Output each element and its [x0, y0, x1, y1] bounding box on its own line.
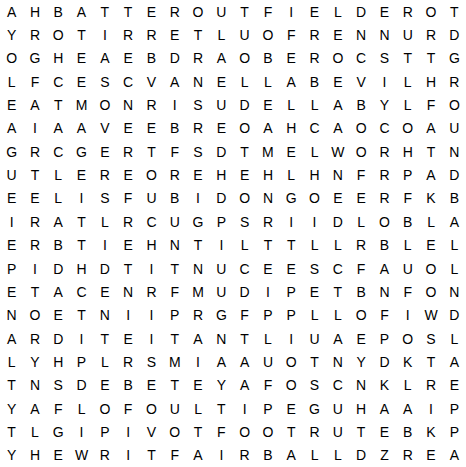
grid-cell-r20c20[interactable]: A	[443, 444, 466, 467]
grid-cell-r17c1[interactable]: T	[0, 374, 23, 397]
grid-cell-r15c5[interactable]: T	[93, 327, 116, 350]
grid-cell-r2c16[interactable]: N	[349, 23, 372, 46]
grid-cell-r20c8[interactable]: F	[163, 444, 186, 467]
grid-cell-r16c4[interactable]: P	[70, 350, 93, 373]
grid-cell-r16c20[interactable]: A	[443, 350, 466, 373]
grid-cell-r12c4[interactable]: H	[70, 257, 93, 280]
grid-cell-r13c15[interactable]: T	[326, 280, 349, 303]
grid-cell-r19c19[interactable]: K	[419, 420, 442, 443]
grid-cell-r4c16[interactable]: V	[349, 70, 372, 93]
grid-cell-r16c12[interactable]: U	[256, 350, 279, 373]
grid-cell-r9c2[interactable]: E	[23, 187, 46, 210]
grid-cell-r7c2[interactable]: R	[23, 140, 46, 163]
grid-cell-r15c17[interactable]: P	[373, 327, 396, 350]
grid-cell-r10c1[interactable]: I	[0, 210, 23, 233]
grid-cell-r9c3[interactable]: L	[47, 187, 70, 210]
grid-cell-r16c6[interactable]: R	[116, 350, 139, 373]
grid-cell-r1c19[interactable]: O	[419, 0, 442, 23]
grid-cell-r1c13[interactable]: I	[280, 0, 303, 23]
grid-cell-r15c11[interactable]: T	[233, 327, 256, 350]
grid-cell-r4c11[interactable]: L	[233, 70, 256, 93]
grid-cell-r9c7[interactable]: U	[140, 187, 163, 210]
grid-cell-r5c10[interactable]: U	[210, 93, 233, 116]
grid-cell-r8c3[interactable]: L	[47, 163, 70, 186]
grid-cell-r18c8[interactable]: U	[163, 397, 186, 420]
grid-cell-r14c11[interactable]: F	[233, 304, 256, 327]
grid-cell-r9c17[interactable]: R	[373, 187, 396, 210]
grid-cell-r16c17[interactable]: D	[373, 350, 396, 373]
grid-cell-r8c2[interactable]: T	[23, 163, 46, 186]
grid-cell-r16c1[interactable]: L	[0, 350, 23, 373]
grid-cell-r8c17[interactable]: R	[373, 163, 396, 186]
grid-cell-r9c15[interactable]: E	[326, 187, 349, 210]
grid-cell-r15c16[interactable]: E	[349, 327, 372, 350]
grid-cell-r13c14[interactable]: E	[303, 280, 326, 303]
grid-cell-r3c20[interactable]: G	[443, 47, 466, 70]
grid-cell-r7c12[interactable]: M	[256, 140, 279, 163]
grid-cell-r5c15[interactable]: A	[326, 93, 349, 116]
grid-cell-r4c5[interactable]: S	[93, 70, 116, 93]
grid-cell-r5c17[interactable]: Y	[373, 93, 396, 116]
grid-cell-r2c6[interactable]: R	[116, 23, 139, 46]
grid-cell-r15c4[interactable]: I	[70, 327, 93, 350]
grid-cell-r17c5[interactable]: E	[93, 374, 116, 397]
grid-cell-r3c11[interactable]: O	[233, 47, 256, 70]
grid-cell-r15c7[interactable]: I	[140, 327, 163, 350]
grid-cell-r12c10[interactable]: U	[210, 257, 233, 280]
grid-cell-r14c2[interactable]: O	[23, 304, 46, 327]
grid-cell-r6c16[interactable]: O	[349, 117, 372, 140]
grid-cell-r13c3[interactable]: A	[47, 280, 70, 303]
grid-cell-r15c18[interactable]: O	[396, 327, 419, 350]
grid-cell-r3c4[interactable]: E	[70, 47, 93, 70]
grid-cell-r4c8[interactable]: A	[163, 70, 186, 93]
grid-cell-r14c10[interactable]: G	[210, 304, 233, 327]
grid-cell-r14c19[interactable]: W	[419, 304, 442, 327]
grid-cell-r3c6[interactable]: E	[116, 47, 139, 70]
grid-cell-r7c7[interactable]: T	[140, 140, 163, 163]
grid-cell-r19c20[interactable]: P	[443, 420, 466, 443]
grid-cell-r5c13[interactable]: L	[280, 93, 303, 116]
grid-cell-r3c3[interactable]: H	[47, 47, 70, 70]
grid-cell-r6c12[interactable]: A	[256, 117, 279, 140]
grid-cell-r15c19[interactable]: S	[419, 327, 442, 350]
grid-cell-r1c8[interactable]: R	[163, 0, 186, 23]
grid-cell-r20c5[interactable]: R	[93, 444, 116, 467]
grid-cell-r20c11[interactable]: R	[233, 444, 256, 467]
grid-cell-r20c16[interactable]: D	[349, 444, 372, 467]
grid-cell-r3c19[interactable]: T	[419, 47, 442, 70]
grid-cell-r6c17[interactable]: C	[373, 117, 396, 140]
grid-cell-r12c15[interactable]: C	[326, 257, 349, 280]
grid-cell-r14c18[interactable]: I	[396, 304, 419, 327]
grid-cell-r16c15[interactable]: N	[326, 350, 349, 373]
grid-cell-r11c15[interactable]: L	[326, 234, 349, 257]
grid-cell-r8c4[interactable]: E	[70, 163, 93, 186]
grid-cell-r5c12[interactable]: E	[256, 93, 279, 116]
grid-cell-r13c19[interactable]: O	[419, 280, 442, 303]
grid-cell-r14c14[interactable]: L	[303, 304, 326, 327]
grid-cell-r2c17[interactable]: N	[373, 23, 396, 46]
grid-cell-r5c14[interactable]: L	[303, 93, 326, 116]
grid-cell-r19c11[interactable]: O	[233, 420, 256, 443]
grid-cell-r8c1[interactable]: U	[0, 163, 23, 186]
grid-cell-r9c1[interactable]: E	[0, 187, 23, 210]
grid-cell-r13c16[interactable]: B	[349, 280, 372, 303]
grid-cell-r11c3[interactable]: B	[47, 234, 70, 257]
grid-cell-r10c18[interactable]: B	[396, 210, 419, 233]
grid-cell-r8c19[interactable]: A	[419, 163, 442, 186]
grid-cell-r7c1[interactable]: G	[0, 140, 23, 163]
grid-cell-r17c2[interactable]: N	[23, 374, 46, 397]
grid-cell-r12c9[interactable]: N	[186, 257, 209, 280]
grid-cell-r10c12[interactable]: R	[256, 210, 279, 233]
grid-cell-r13c7[interactable]: R	[140, 280, 163, 303]
grid-cell-r2c5[interactable]: I	[93, 23, 116, 46]
grid-cell-r2c18[interactable]: U	[396, 23, 419, 46]
grid-cell-r1c11[interactable]: T	[233, 0, 256, 23]
grid-cell-r5c2[interactable]: A	[23, 93, 46, 116]
grid-cell-r6c20[interactable]: U	[443, 117, 466, 140]
grid-cell-r12c20[interactable]: L	[443, 257, 466, 280]
grid-cell-r16c3[interactable]: H	[47, 350, 70, 373]
grid-cell-r1c12[interactable]: F	[256, 0, 279, 23]
grid-cell-r4c1[interactable]: L	[0, 70, 23, 93]
grid-cell-r12c6[interactable]: T	[116, 257, 139, 280]
grid-cell-r19c12[interactable]: O	[256, 420, 279, 443]
grid-cell-r3c12[interactable]: B	[256, 47, 279, 70]
grid-cell-r2c8[interactable]: E	[163, 23, 186, 46]
grid-cell-r1c10[interactable]: U	[210, 0, 233, 23]
grid-cell-r17c11[interactable]: A	[233, 374, 256, 397]
grid-cell-r18c12[interactable]: P	[256, 397, 279, 420]
grid-cell-r3c1[interactable]: O	[0, 47, 23, 70]
grid-cell-r10c8[interactable]: U	[163, 210, 186, 233]
grid-cell-r6c1[interactable]: A	[0, 117, 23, 140]
grid-cell-r11c13[interactable]: T	[280, 234, 303, 257]
grid-cell-r19c18[interactable]: B	[396, 420, 419, 443]
grid-cell-r6c2[interactable]: I	[23, 117, 46, 140]
grid-cell-r9c20[interactable]: B	[443, 187, 466, 210]
grid-cell-r2c3[interactable]: O	[47, 23, 70, 46]
grid-cell-r16c18[interactable]: K	[396, 350, 419, 373]
grid-cell-r7c17[interactable]: R	[373, 140, 396, 163]
grid-cell-r17c16[interactable]: N	[349, 374, 372, 397]
grid-cell-r7c10[interactable]: D	[210, 140, 233, 163]
grid-cell-r7c13[interactable]: E	[280, 140, 303, 163]
grid-cell-r6c11[interactable]: O	[233, 117, 256, 140]
grid-cell-r9c18[interactable]: F	[396, 187, 419, 210]
grid-cell-r8c5[interactable]: R	[93, 163, 116, 186]
grid-cell-r11c14[interactable]: L	[303, 234, 326, 257]
grid-cell-r15c14[interactable]: U	[303, 327, 326, 350]
grid-cell-r16c7[interactable]: S	[140, 350, 163, 373]
grid-cell-r1c15[interactable]: L	[326, 0, 349, 23]
grid-cell-r11c12[interactable]: T	[256, 234, 279, 257]
grid-cell-r17c17[interactable]: K	[373, 374, 396, 397]
grid-cell-r7c4[interactable]: G	[70, 140, 93, 163]
grid-cell-r12c14[interactable]: S	[303, 257, 326, 280]
grid-cell-r12c3[interactable]: D	[47, 257, 70, 280]
grid-cell-r20c1[interactable]: Y	[0, 444, 23, 467]
grid-cell-r11c17[interactable]: B	[373, 234, 396, 257]
grid-cell-r11c1[interactable]: E	[0, 234, 23, 257]
grid-cell-r7c8[interactable]: F	[163, 140, 186, 163]
grid-cell-r4c7[interactable]: V	[140, 70, 163, 93]
grid-cell-r14c3[interactable]: E	[47, 304, 70, 327]
grid-cell-r6c4[interactable]: A	[70, 117, 93, 140]
grid-cell-r16c10[interactable]: A	[210, 350, 233, 373]
grid-cell-r8c15[interactable]: N	[326, 163, 349, 186]
grid-cell-r18c15[interactable]: U	[326, 397, 349, 420]
grid-cell-r20c14[interactable]: L	[303, 444, 326, 467]
grid-cell-r17c7[interactable]: E	[140, 374, 163, 397]
grid-cell-r13c8[interactable]: F	[163, 280, 186, 303]
grid-cell-r5c6[interactable]: N	[116, 93, 139, 116]
grid-cell-r15c13[interactable]: I	[280, 327, 303, 350]
grid-cell-r8c11[interactable]: E	[233, 163, 256, 186]
grid-cell-r8c7[interactable]: O	[140, 163, 163, 186]
grid-cell-r19c10[interactable]: F	[210, 420, 233, 443]
grid-cell-r9c8[interactable]: B	[163, 187, 186, 210]
grid-cell-r8c18[interactable]: P	[396, 163, 419, 186]
grid-cell-r4c13[interactable]: A	[280, 70, 303, 93]
grid-cell-r19c8[interactable]: O	[163, 420, 186, 443]
grid-cell-r8c9[interactable]: E	[186, 163, 209, 186]
grid-cell-r15c9[interactable]: A	[186, 327, 209, 350]
grid-cell-r5c16[interactable]: B	[349, 93, 372, 116]
grid-cell-r20c13[interactable]: A	[280, 444, 303, 467]
grid-cell-r7c19[interactable]: T	[419, 140, 442, 163]
grid-cell-r16c8[interactable]: M	[163, 350, 186, 373]
grid-cell-r7c20[interactable]: N	[443, 140, 466, 163]
grid-cell-r7c11[interactable]: T	[233, 140, 256, 163]
grid-cell-r6c10[interactable]: E	[210, 117, 233, 140]
grid-cell-r13c9[interactable]: M	[186, 280, 209, 303]
grid-cell-r13c6[interactable]: N	[116, 280, 139, 303]
grid-cell-r18c17[interactable]: A	[373, 397, 396, 420]
grid-cell-r12c7[interactable]: I	[140, 257, 163, 280]
grid-cell-r1c3[interactable]: B	[47, 0, 70, 23]
grid-cell-r11c10[interactable]: I	[210, 234, 233, 257]
grid-cell-r13c12[interactable]: I	[256, 280, 279, 303]
grid-cell-r20c19[interactable]: E	[419, 444, 442, 467]
grid-cell-r7c6[interactable]: R	[116, 140, 139, 163]
grid-cell-r20c9[interactable]: A	[186, 444, 209, 467]
grid-cell-r4c15[interactable]: E	[326, 70, 349, 93]
grid-cell-r1c4[interactable]: A	[70, 0, 93, 23]
grid-cell-r9c13[interactable]: G	[280, 187, 303, 210]
grid-cell-r6c19[interactable]: A	[419, 117, 442, 140]
grid-cell-r1c1[interactable]: A	[0, 0, 23, 23]
grid-cell-r12c12[interactable]: E	[256, 257, 279, 280]
grid-cell-r20c2[interactable]: H	[23, 444, 46, 467]
grid-cell-r19c5[interactable]: P	[93, 420, 116, 443]
grid-cell-r10c10[interactable]: P	[210, 210, 233, 233]
grid-cell-r17c15[interactable]: C	[326, 374, 349, 397]
grid-cell-r20c12[interactable]: B	[256, 444, 279, 467]
grid-cell-r20c3[interactable]: E	[47, 444, 70, 467]
grid-cell-r10c20[interactable]: A	[443, 210, 466, 233]
grid-cell-r10c6[interactable]: R	[116, 210, 139, 233]
grid-cell-r2c9[interactable]: T	[186, 23, 209, 46]
grid-cell-r20c18[interactable]: R	[396, 444, 419, 467]
grid-cell-r6c15[interactable]: A	[326, 117, 349, 140]
grid-cell-r5c9[interactable]: S	[186, 93, 209, 116]
grid-cell-r15c8[interactable]: T	[163, 327, 186, 350]
grid-cell-r3c16[interactable]: C	[349, 47, 372, 70]
grid-cell-r6c7[interactable]: E	[140, 117, 163, 140]
grid-cell-r11c11[interactable]: L	[233, 234, 256, 257]
grid-cell-r6c9[interactable]: R	[186, 117, 209, 140]
grid-cell-r2c12[interactable]: O	[256, 23, 279, 46]
grid-cell-r4c12[interactable]: L	[256, 70, 279, 93]
grid-cell-r6c6[interactable]: E	[116, 117, 139, 140]
grid-cell-r15c15[interactable]: A	[326, 327, 349, 350]
grid-cell-r5c3[interactable]: T	[47, 93, 70, 116]
grid-cell-r18c16[interactable]: H	[349, 397, 372, 420]
grid-cell-r2c13[interactable]: F	[280, 23, 303, 46]
grid-cell-r14c15[interactable]: L	[326, 304, 349, 327]
grid-cell-r6c3[interactable]: A	[47, 117, 70, 140]
grid-cell-r8c13[interactable]: L	[280, 163, 303, 186]
grid-cell-r19c13[interactable]: T	[280, 420, 303, 443]
grid-cell-r19c14[interactable]: R	[303, 420, 326, 443]
grid-cell-r14c20[interactable]: D	[443, 304, 466, 327]
grid-cell-r4c14[interactable]: B	[303, 70, 326, 93]
grid-cell-r2c19[interactable]: R	[419, 23, 442, 46]
grid-cell-r3c8[interactable]: D	[163, 47, 186, 70]
grid-cell-r5c7[interactable]: R	[140, 93, 163, 116]
grid-cell-r17c8[interactable]: T	[163, 374, 186, 397]
grid-cell-r9c11[interactable]: O	[233, 187, 256, 210]
grid-cell-r9c10[interactable]: D	[210, 187, 233, 210]
grid-cell-r17c6[interactable]: B	[116, 374, 139, 397]
grid-cell-r14c9[interactable]: R	[186, 304, 209, 327]
grid-cell-r4c6[interactable]: C	[116, 70, 139, 93]
grid-cell-r4c10[interactable]: E	[210, 70, 233, 93]
grid-cell-r19c7[interactable]: V	[140, 420, 163, 443]
grid-cell-r11c19[interactable]: E	[419, 234, 442, 257]
grid-cell-r1c7[interactable]: E	[140, 0, 163, 23]
grid-cell-r14c12[interactable]: P	[256, 304, 279, 327]
grid-cell-r9c6[interactable]: F	[116, 187, 139, 210]
grid-cell-r2c7[interactable]: R	[140, 23, 163, 46]
grid-cell-r2c11[interactable]: U	[233, 23, 256, 46]
grid-cell-r18c4[interactable]: L	[70, 397, 93, 420]
grid-cell-r12c5[interactable]: D	[93, 257, 116, 280]
grid-cell-r8c16[interactable]: F	[349, 163, 372, 186]
grid-cell-r18c2[interactable]: A	[23, 397, 46, 420]
grid-cell-r2c2[interactable]: R	[23, 23, 46, 46]
grid-cell-r19c3[interactable]: G	[47, 420, 70, 443]
grid-cell-r9c14[interactable]: O	[303, 187, 326, 210]
grid-cell-r19c9[interactable]: T	[186, 420, 209, 443]
grid-cell-r15c12[interactable]: L	[256, 327, 279, 350]
grid-cell-r18c7[interactable]: O	[140, 397, 163, 420]
grid-cell-r7c5[interactable]: E	[93, 140, 116, 163]
grid-cell-r3c2[interactable]: G	[23, 47, 46, 70]
grid-cell-r20c4[interactable]: W	[70, 444, 93, 467]
grid-cell-r9c16[interactable]: E	[349, 187, 372, 210]
grid-cell-r1c17[interactable]: E	[373, 0, 396, 23]
grid-cell-r4c2[interactable]: F	[23, 70, 46, 93]
grid-cell-r11c16[interactable]: R	[349, 234, 372, 257]
grid-cell-r13c10[interactable]: U	[210, 280, 233, 303]
grid-cell-r7c9[interactable]: S	[186, 140, 209, 163]
grid-cell-r1c5[interactable]: T	[93, 0, 116, 23]
grid-cell-r10c15[interactable]: D	[326, 210, 349, 233]
grid-cell-r17c19[interactable]: R	[419, 374, 442, 397]
grid-cell-r10c2[interactable]: R	[23, 210, 46, 233]
grid-cell-r8c12[interactable]: H	[256, 163, 279, 186]
grid-cell-r10c7[interactable]: C	[140, 210, 163, 233]
grid-cell-r19c15[interactable]: U	[326, 420, 349, 443]
grid-cell-r15c20[interactable]: L	[443, 327, 466, 350]
grid-cell-r17c3[interactable]: S	[47, 374, 70, 397]
grid-cell-r20c15[interactable]: L	[326, 444, 349, 467]
grid-cell-r10c13[interactable]: I	[280, 210, 303, 233]
grid-cell-r5c1[interactable]: E	[0, 93, 23, 116]
grid-cell-r6c13[interactable]: H	[280, 117, 303, 140]
grid-cell-r1c2[interactable]: H	[23, 0, 46, 23]
grid-cell-r1c18[interactable]: R	[396, 0, 419, 23]
grid-cell-r3c13[interactable]: E	[280, 47, 303, 70]
grid-cell-r20c6[interactable]: I	[116, 444, 139, 467]
grid-cell-r13c5[interactable]: E	[93, 280, 116, 303]
grid-cell-r4c18[interactable]: L	[396, 70, 419, 93]
grid-cell-r3c18[interactable]: T	[396, 47, 419, 70]
grid-cell-r14c16[interactable]: O	[349, 304, 372, 327]
grid-cell-r5c4[interactable]: M	[70, 93, 93, 116]
grid-cell-r7c16[interactable]: O	[349, 140, 372, 163]
grid-cell-r2c1[interactable]: Y	[0, 23, 23, 46]
grid-cell-r14c8[interactable]: P	[163, 304, 186, 327]
grid-cell-r14c7[interactable]: I	[140, 304, 163, 327]
grid-cell-r12c18[interactable]: U	[396, 257, 419, 280]
grid-cell-r12c13[interactable]: E	[280, 257, 303, 280]
grid-cell-r9c4[interactable]: I	[70, 187, 93, 210]
grid-cell-r18c20[interactable]: P	[443, 397, 466, 420]
grid-cell-r1c16[interactable]: D	[349, 0, 372, 23]
grid-cell-r19c17[interactable]: E	[373, 420, 396, 443]
grid-cell-r14c6[interactable]: I	[116, 304, 139, 327]
grid-cell-r13c4[interactable]: C	[70, 280, 93, 303]
grid-cell-r14c4[interactable]: T	[70, 304, 93, 327]
grid-cell-r4c19[interactable]: H	[419, 70, 442, 93]
grid-cell-r16c9[interactable]: I	[186, 350, 209, 373]
grid-cell-r7c14[interactable]: L	[303, 140, 326, 163]
grid-cell-r17c20[interactable]: E	[443, 374, 466, 397]
grid-cell-r10c14[interactable]: I	[303, 210, 326, 233]
grid-cell-r14c5[interactable]: N	[93, 304, 116, 327]
grid-cell-r19c16[interactable]: T	[349, 420, 372, 443]
grid-cell-r2c20[interactable]: D	[443, 23, 466, 46]
grid-cell-r4c20[interactable]: R	[443, 70, 466, 93]
grid-cell-r19c6[interactable]: I	[116, 420, 139, 443]
grid-cell-r10c5[interactable]: L	[93, 210, 116, 233]
grid-cell-r6c5[interactable]: V	[93, 117, 116, 140]
grid-cell-r13c20[interactable]: N	[443, 280, 466, 303]
grid-cell-r1c9[interactable]: O	[186, 0, 209, 23]
grid-cell-r13c1[interactable]: E	[0, 280, 23, 303]
grid-cell-r1c14[interactable]: E	[303, 0, 326, 23]
grid-cell-r16c11[interactable]: A	[233, 350, 256, 373]
grid-cell-r8c14[interactable]: H	[303, 163, 326, 186]
grid-cell-r16c5[interactable]: L	[93, 350, 116, 373]
grid-cell-r14c13[interactable]: P	[280, 304, 303, 327]
grid-cell-r11c2[interactable]: R	[23, 234, 46, 257]
